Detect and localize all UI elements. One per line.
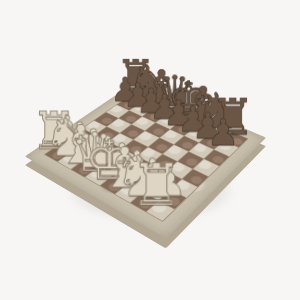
piece-white-rook-h1[interactable]: ♜ (131, 157, 183, 215)
chess-set-photo: ♜♞♝♛♚♝♞♜♟♟♟♟♟♟♟♟♟♟♟♟♟♟♟♟♜♞♝♛♚♝♞♜ (0, 0, 300, 300)
piece-black-pawn-h7[interactable]: ♟ (207, 115, 240, 151)
